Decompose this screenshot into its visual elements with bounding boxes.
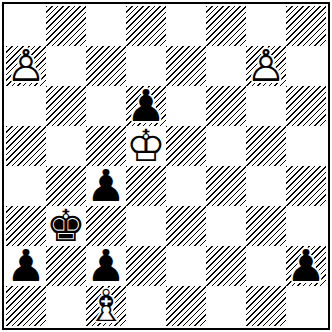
black-pawn-icon: ♟ (286, 246, 326, 286)
square-h1[interactable] (286, 286, 326, 326)
square-e4[interactable] (166, 166, 206, 206)
black-pawn-icon: ♟ (126, 86, 166, 126)
square-a5[interactable] (6, 126, 46, 166)
square-a2[interactable]: ♟♟ (6, 246, 46, 286)
square-g8[interactable] (246, 6, 286, 46)
board-border: ♟♙♟♙♟♟♚♔♟♟♚♚♟♟♟♟♟♟♝♗ (2, 2, 330, 330)
square-g4[interactable] (246, 166, 286, 206)
square-g2[interactable] (246, 246, 286, 286)
square-d7[interactable] (126, 46, 166, 86)
square-d4[interactable] (126, 166, 166, 206)
black-pawn-halo: ♟ (6, 246, 46, 286)
piece-white-pawn-a7[interactable]: ♟♙ (6, 46, 46, 86)
piece-black-king-b3[interactable]: ♚♚ (46, 206, 86, 246)
square-b1[interactable] (46, 286, 86, 326)
white-king-halo: ♚ (126, 126, 166, 166)
square-b7[interactable] (46, 46, 86, 86)
black-pawn-icon: ♟ (86, 166, 126, 206)
square-a8[interactable] (6, 6, 46, 46)
square-a1[interactable] (6, 286, 46, 326)
square-h6[interactable] (286, 86, 326, 126)
square-d8[interactable] (126, 6, 166, 46)
square-b3[interactable]: ♚♚ (46, 206, 86, 246)
black-pawn-halo: ♟ (86, 246, 126, 286)
square-e6[interactable] (166, 86, 206, 126)
square-f8[interactable] (206, 6, 246, 46)
square-d1[interactable] (126, 286, 166, 326)
square-c5[interactable] (86, 126, 126, 166)
square-h7[interactable] (286, 46, 326, 86)
piece-white-pawn-g7[interactable]: ♟♙ (246, 46, 286, 86)
square-f3[interactable] (206, 206, 246, 246)
square-f7[interactable] (206, 46, 246, 86)
piece-black-pawn-h2[interactable]: ♟♟ (286, 246, 326, 286)
square-b8[interactable] (46, 6, 86, 46)
square-d3[interactable] (126, 206, 166, 246)
black-king-icon: ♚ (46, 206, 86, 246)
square-g1[interactable] (246, 286, 286, 326)
black-pawn-halo: ♟ (126, 86, 166, 126)
square-a7[interactable]: ♟♙ (6, 46, 46, 86)
square-h8[interactable] (286, 6, 326, 46)
square-c8[interactable] (86, 6, 126, 46)
black-pawn-icon: ♟ (6, 246, 46, 286)
black-king-halo: ♚ (46, 206, 86, 246)
square-e3[interactable] (166, 206, 206, 246)
white-king-icon: ♔ (126, 126, 166, 166)
square-f2[interactable] (206, 246, 246, 286)
square-b6[interactable] (46, 86, 86, 126)
chess-diagram: ♟♙♟♙♟♟♚♔♟♟♚♚♟♟♟♟♟♟♝♗ (0, 0, 332, 332)
piece-white-king-d5[interactable]: ♚♔ (126, 126, 166, 166)
square-h2[interactable]: ♟♟ (286, 246, 326, 286)
square-e8[interactable] (166, 6, 206, 46)
white-bishop-halo: ♝ (86, 286, 126, 326)
white-pawn-halo: ♟ (246, 46, 286, 86)
white-pawn-icon: ♙ (246, 46, 286, 86)
square-a4[interactable] (6, 166, 46, 206)
piece-black-pawn-a2[interactable]: ♟♟ (6, 246, 46, 286)
black-pawn-halo: ♟ (286, 246, 326, 286)
square-c3[interactable] (86, 206, 126, 246)
square-f1[interactable] (206, 286, 246, 326)
square-e7[interactable] (166, 46, 206, 86)
square-f5[interactable] (206, 126, 246, 166)
square-e2[interactable] (166, 246, 206, 286)
square-c1[interactable]: ♝♗ (86, 286, 126, 326)
square-h4[interactable] (286, 166, 326, 206)
piece-black-pawn-d6[interactable]: ♟♟ (126, 86, 166, 126)
square-c2[interactable]: ♟♟ (86, 246, 126, 286)
piece-black-pawn-c4[interactable]: ♟♟ (86, 166, 126, 206)
square-f6[interactable] (206, 86, 246, 126)
white-pawn-icon: ♙ (6, 46, 46, 86)
piece-black-pawn-c2[interactable]: ♟♟ (86, 246, 126, 286)
square-d6[interactable]: ♟♟ (126, 86, 166, 126)
square-g5[interactable] (246, 126, 286, 166)
square-c6[interactable] (86, 86, 126, 126)
square-h3[interactable] (286, 206, 326, 246)
square-g6[interactable] (246, 86, 286, 126)
square-b4[interactable] (46, 166, 86, 206)
square-c7[interactable] (86, 46, 126, 86)
square-b2[interactable] (46, 246, 86, 286)
square-c4[interactable]: ♟♟ (86, 166, 126, 206)
square-d2[interactable] (126, 246, 166, 286)
square-d5[interactable]: ♚♔ (126, 126, 166, 166)
square-g3[interactable] (246, 206, 286, 246)
square-g7[interactable]: ♟♙ (246, 46, 286, 86)
black-pawn-halo: ♟ (86, 166, 126, 206)
square-a6[interactable] (6, 86, 46, 126)
square-f4[interactable] (206, 166, 246, 206)
square-b5[interactable] (46, 126, 86, 166)
white-pawn-halo: ♟ (6, 46, 46, 86)
square-a3[interactable] (6, 206, 46, 246)
chessboard: ♟♙♟♙♟♟♚♔♟♟♚♚♟♟♟♟♟♟♝♗ (6, 6, 326, 326)
square-h5[interactable] (286, 126, 326, 166)
square-e5[interactable] (166, 126, 206, 166)
white-bishop-icon: ♗ (86, 286, 126, 326)
square-e1[interactable] (166, 286, 206, 326)
black-pawn-icon: ♟ (86, 246, 126, 286)
piece-white-bishop-c1[interactable]: ♝♗ (86, 286, 126, 326)
